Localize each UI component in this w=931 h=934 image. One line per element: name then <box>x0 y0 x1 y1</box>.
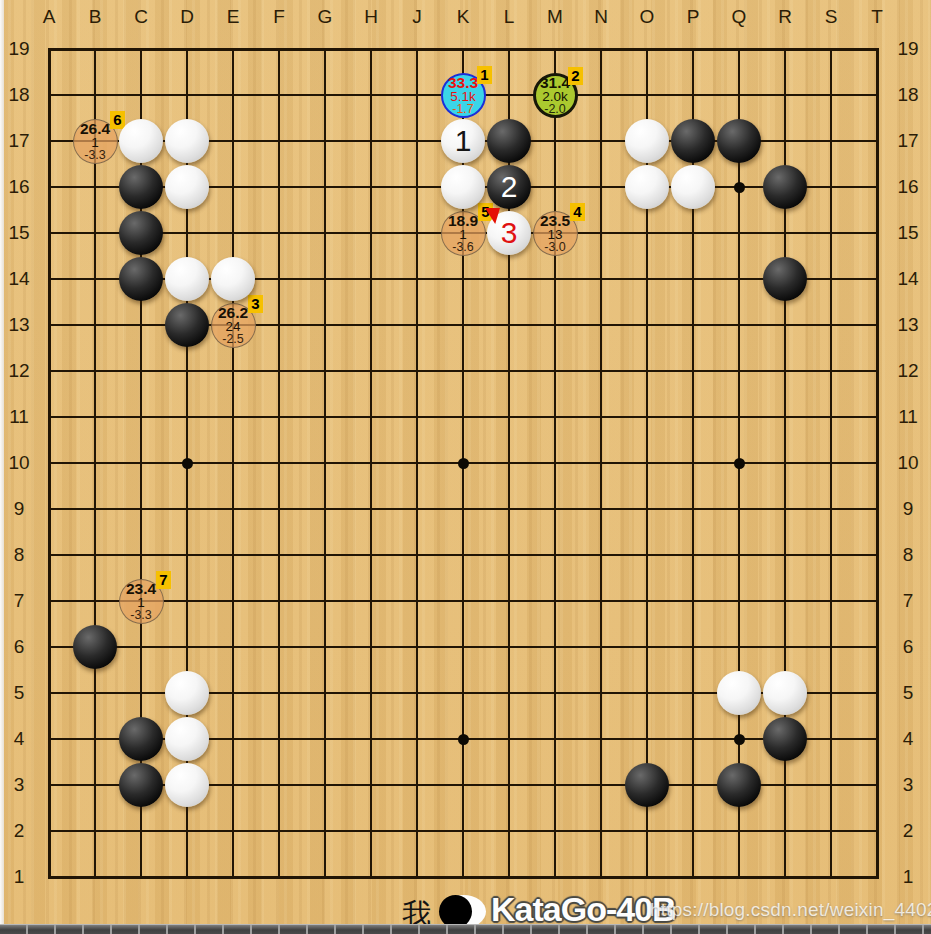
coord-label-row: 1 <box>2 866 36 888</box>
coord-label-col: L <box>492 6 526 28</box>
black-stone-L16: 2 <box>487 165 531 209</box>
black-stone-Q17 <box>717 119 761 163</box>
coord-label-row: 12 <box>891 360 925 382</box>
star-point <box>734 734 745 745</box>
footer-bar: 我 KataGo-40B https://blog.csdn.net/weixi… <box>0 893 931 927</box>
candidate-rank-badge: 1 <box>477 66 491 84</box>
grid-line <box>48 876 879 879</box>
candidate-winrate: 33.3 <box>448 75 478 90</box>
white-stone-R5 <box>763 671 807 715</box>
coord-label-col: M <box>538 6 572 28</box>
candidate-visits: 2.0k <box>542 90 568 103</box>
grid-line <box>48 554 879 556</box>
coord-label-col: T <box>860 6 894 28</box>
grid-line <box>876 48 879 879</box>
star-point <box>458 458 469 469</box>
candidate-rank-badge: 7 <box>156 571 170 589</box>
black-stone-Q3 <box>717 763 761 807</box>
white-stone-K17: 1 <box>441 119 485 163</box>
candidate-winrate: 26.4 <box>80 121 110 136</box>
coord-label-row: 5 <box>2 682 36 704</box>
black-stone-R14 <box>763 257 807 301</box>
star-point <box>734 458 745 469</box>
black-stone-L17 <box>487 119 531 163</box>
coord-label-col: K <box>446 6 480 28</box>
coord-label-row: 5 <box>891 682 925 704</box>
white-stone-K16 <box>441 165 485 209</box>
coord-label-col: G <box>308 6 342 28</box>
coord-label-col: E <box>216 6 250 28</box>
black-stone-C3 <box>119 763 163 807</box>
coord-label-col: O <box>630 6 664 28</box>
black-stone-C15 <box>119 211 163 255</box>
coord-label-row: 12 <box>2 360 36 382</box>
coord-label-row: 10 <box>2 452 36 474</box>
coord-label-row: 2 <box>891 820 925 842</box>
coord-label-col: Q <box>722 6 756 28</box>
star-point <box>734 182 745 193</box>
candidate-score: -1.7 <box>452 103 474 116</box>
grid-line <box>600 48 602 879</box>
coord-label-row: 16 <box>891 176 925 198</box>
grid-line <box>830 48 832 879</box>
candidate-winrate: 31.4 <box>540 75 570 90</box>
candidate-rank-badge: 4 <box>570 203 584 221</box>
coord-label-row: 4 <box>2 728 36 750</box>
coord-label-row: 19 <box>2 38 36 60</box>
candidate-score: -3.6 <box>452 241 474 254</box>
black-stone-R4 <box>763 717 807 761</box>
coord-label-row: 6 <box>891 636 925 658</box>
coord-label-col: B <box>78 6 112 28</box>
white-stone-D4 <box>165 717 209 761</box>
candidate-move-C7[interactable]: 23.41-3.37 <box>119 579 164 624</box>
table-header-strip <box>0 924 931 934</box>
white-stone-P16 <box>671 165 715 209</box>
coord-label-row: 7 <box>891 590 925 612</box>
coord-label-row: 8 <box>2 544 36 566</box>
coord-label-row: 18 <box>2 84 36 106</box>
coord-label-row: 3 <box>891 774 925 796</box>
grid-line <box>48 508 879 510</box>
black-stone-C14 <box>119 257 163 301</box>
katago-analysis-window: 我 KataGo-40B https://blog.csdn.net/weixi… <box>0 0 931 934</box>
candidate-move-M18[interactable]: 31.42.0k-2.02 <box>533 73 578 118</box>
coord-label-row: 2 <box>2 820 36 842</box>
coord-label-col: S <box>814 6 848 28</box>
coord-label-row: 13 <box>891 314 925 336</box>
coord-label-row: 3 <box>2 774 36 796</box>
grid-line <box>48 830 879 832</box>
candidate-visits: 1 <box>91 136 99 149</box>
candidate-rank-badge: 3 <box>248 295 262 313</box>
coord-label-row: 19 <box>891 38 925 60</box>
grid-line <box>48 646 879 648</box>
coord-label-row: 7 <box>2 590 36 612</box>
candidate-visits: 1 <box>459 228 467 241</box>
black-stone-B6 <box>73 625 117 669</box>
candidate-move-B17[interactable]: 26.41-3.36 <box>73 119 118 164</box>
black-stone-C16 <box>119 165 163 209</box>
candidate-rank-badge: 2 <box>568 67 582 85</box>
candidate-visits: 5.1k <box>450 90 476 103</box>
candidate-score: -2.5 <box>222 333 244 346</box>
coord-label-row: 17 <box>2 130 36 152</box>
coord-label-row: 15 <box>891 222 925 244</box>
white-stone-O16 <box>625 165 669 209</box>
candidate-move-M15[interactable]: 23.513-3.04 <box>533 211 578 256</box>
coord-label-col: P <box>676 6 710 28</box>
white-stone-D14 <box>165 257 209 301</box>
coord-label-row: 14 <box>2 268 36 290</box>
coord-label-col: F <box>262 6 296 28</box>
grid-line <box>554 48 556 879</box>
star-point <box>458 734 469 745</box>
star-point <box>182 458 193 469</box>
white-stone-D3 <box>165 763 209 807</box>
candidate-winrate: 26.2 <box>218 305 248 320</box>
coord-label-col: H <box>354 6 388 28</box>
black-stone-O3 <box>625 763 669 807</box>
white-stone-O17 <box>625 119 669 163</box>
white-stone-E14 <box>211 257 255 301</box>
candidate-visits: 13 <box>547 228 562 241</box>
white-stone-C17 <box>119 119 163 163</box>
coord-label-row: 13 <box>2 314 36 336</box>
coord-label-row: 18 <box>891 84 925 106</box>
coord-label-col: D <box>170 6 204 28</box>
coord-label-row: 17 <box>891 130 925 152</box>
coord-label-row: 4 <box>891 728 925 750</box>
candidate-winrate: 23.5 <box>540 213 570 228</box>
black-stone-C4 <box>119 717 163 761</box>
move-number: 2 <box>501 165 518 209</box>
candidate-rank-badge: 6 <box>110 111 124 129</box>
coord-label-row: 9 <box>2 498 36 520</box>
white-stone-D16 <box>165 165 209 209</box>
coord-label-row: 10 <box>891 452 925 474</box>
candidate-visits: 1 <box>137 596 145 609</box>
candidate-move-E13[interactable]: 26.224-2.53 <box>211 303 256 348</box>
grid-line <box>48 600 879 602</box>
candidate-visits: 24 <box>225 320 240 333</box>
black-stone-D13 <box>165 303 209 347</box>
move-number: 3 <box>501 211 518 255</box>
coord-label-row: 1 <box>891 866 925 888</box>
black-stone-R16 <box>763 165 807 209</box>
coord-label-row: 16 <box>2 176 36 198</box>
coord-label-row: 11 <box>891 406 925 428</box>
candidate-winrate: 23.4 <box>126 581 156 596</box>
candidate-score: -2.0 <box>544 103 566 116</box>
coord-label-row: 6 <box>2 636 36 658</box>
white-stone-D17 <box>165 119 209 163</box>
candidate-move-K18[interactable]: 33.35.1k-1.71 <box>441 73 486 118</box>
move-number: 1 <box>455 119 472 163</box>
coord-label-row: 9 <box>891 498 925 520</box>
coord-label-row: 15 <box>2 222 36 244</box>
candidate-move-K15[interactable]: 18.91-3.65 <box>441 211 486 256</box>
candidate-score: -3.3 <box>84 149 106 162</box>
coord-label-col: J <box>400 6 434 28</box>
coord-label-row: 14 <box>891 268 925 290</box>
coord-label-row: 8 <box>891 544 925 566</box>
coord-label-col: A <box>32 6 66 28</box>
window-edge <box>0 0 4 934</box>
coord-label-col: C <box>124 6 158 28</box>
white-stone-D5 <box>165 671 209 715</box>
white-stone-Q5 <box>717 671 761 715</box>
black-stone-P17 <box>671 119 715 163</box>
candidate-winrate: 18.9 <box>448 213 478 228</box>
candidate-score: -3.3 <box>130 609 152 622</box>
coord-label-row: 11 <box>2 406 36 428</box>
watermark-url: https://blog.csdn.net/weixin_44026026 <box>650 899 931 921</box>
coord-label-col: N <box>584 6 618 28</box>
coord-label-col: R <box>768 6 802 28</box>
candidate-score: -3.0 <box>544 241 566 254</box>
